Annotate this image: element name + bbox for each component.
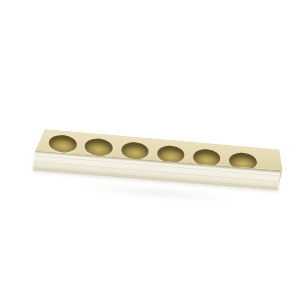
product-photo [0,0,300,300]
mancala-board [40,129,294,211]
pit-3[interactable] [120,141,149,161]
pit-2[interactable] [84,138,113,158]
pit-1[interactable] [48,134,77,154]
